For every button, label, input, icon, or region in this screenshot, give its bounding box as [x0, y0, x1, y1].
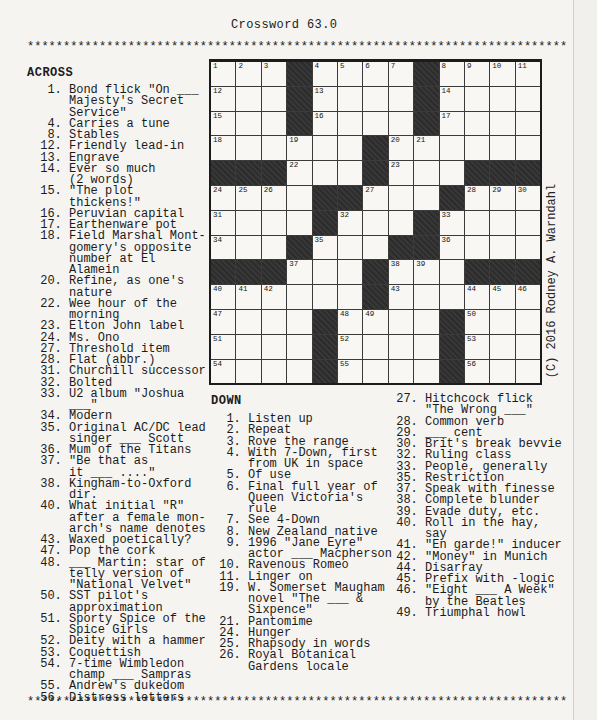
cell-r3c7[interactable]: [363, 112, 387, 136]
cell-number: 29: [492, 186, 501, 195]
clue-number: 14.: [33, 164, 62, 187]
cell-r13c1[interactable]: 54: [211, 360, 235, 384]
down-heading: DOWN: [211, 394, 242, 408]
cell-r8c6[interactable]: [338, 236, 362, 260]
down-clue-list-left: 1.Listen up2.Repeat3.Rove the range4.Wit…: [212, 414, 394, 673]
cell-number: 36: [442, 236, 451, 245]
cell-r9c12: [490, 260, 514, 284]
cell-r13c12[interactable]: [490, 360, 514, 384]
clue-text: Wee hour of the morning: [69, 299, 177, 322]
cell-r3c8[interactable]: [389, 112, 413, 136]
clue-text: Sporty Spice of the Spice Girls: [69, 614, 206, 637]
clue-27-down: 27.Hitchcock flick "The Wrong ___": [389, 394, 577, 417]
cell-number: 18: [213, 136, 222, 145]
cell-number: 44: [467, 285, 476, 294]
cell-number: 31: [213, 211, 222, 220]
clue-18-across: 18.Field Marshal Mont- gomery's opposite…: [33, 231, 209, 276]
clue-text: Final full year of Queen Victoria's rule: [248, 482, 378, 516]
cell-r9c1: [211, 260, 235, 284]
clue-text: What initial "R" after a female mon- arc…: [69, 501, 206, 535]
cell-r12c1[interactable]: 51: [211, 335, 235, 359]
separator-top: ****************************************…: [27, 41, 572, 53]
cell-r1c10[interactable]: 8: [440, 62, 464, 86]
cell-r9c11: [465, 260, 489, 284]
cell-r1c9: [414, 62, 438, 86]
cell-number: 26: [264, 186, 273, 195]
cell-number: 30: [518, 186, 527, 195]
cell-r11c9[interactable]: [414, 310, 438, 334]
across-clue-list: 1.Bond flick "On ___ Majesty's Secret Se…: [33, 85, 209, 704]
cell-number: 45: [492, 285, 501, 294]
cell-r5c9[interactable]: [414, 161, 438, 185]
cell-number: 47: [213, 310, 222, 319]
cell-number: 13: [315, 87, 324, 96]
cell-r10c12[interactable]: 45: [490, 285, 514, 309]
clue-number: 54.: [33, 659, 62, 682]
cell-r2c4: [287, 87, 311, 111]
cell-r8c3[interactable]: [262, 236, 286, 260]
clue-1-across: 1.Bond flick "On ___ Majesty's Secret Se…: [33, 85, 209, 119]
cell-number: 3: [264, 62, 269, 71]
cell-r4c7: [363, 136, 387, 160]
cell-r12c11[interactable]: 53: [465, 335, 489, 359]
cell-r9c5[interactable]: [313, 260, 337, 284]
cell-r4c9[interactable]: 21: [414, 136, 438, 160]
cell-r12c4[interactable]: [287, 335, 311, 359]
cell-r7c4[interactable]: [287, 211, 311, 235]
cell-r10c6[interactable]: [338, 285, 362, 309]
cell-r8c13[interactable]: [516, 236, 540, 260]
cell-r6c6: [338, 186, 362, 210]
clue-number: 38.: [33, 479, 62, 502]
cell-r9c6[interactable]: [338, 260, 362, 284]
clue-text: "Be that as it ___ ....": [69, 456, 155, 479]
clue-text: Original AC/DC lead singer ___ Scott: [69, 423, 206, 446]
clue-number: 27.: [389, 394, 418, 417]
cell-r8c8: [389, 236, 413, 260]
cell-r3c3[interactable]: [262, 112, 286, 136]
cell-r6c4[interactable]: [287, 186, 311, 210]
cell-r6c13[interactable]: 30: [516, 186, 540, 210]
cell-r10c11[interactable]: 44: [465, 285, 489, 309]
cell-r10c5[interactable]: [313, 285, 337, 309]
clue-50-across: 50.SST pilot's approximation: [33, 591, 209, 614]
clue-46-down: 46."Eight ___ A Week" by the Beatles: [389, 585, 577, 608]
clue-text: Triumphal howl: [425, 608, 526, 619]
clue-9-down: 9.1996 "Jane Eyre" actor ___ Macpherson: [212, 538, 394, 561]
cell-r5c13: [516, 161, 540, 185]
cell-number: 48: [340, 310, 349, 319]
cell-number: 38: [391, 260, 400, 269]
cell-number: 51: [213, 335, 222, 344]
cell-number: 19: [289, 136, 298, 145]
cell-r1c5[interactable]: 4: [313, 62, 337, 86]
clue-text: U2 album "Joshua ___": [69, 389, 184, 412]
cell-r13c8[interactable]: [389, 360, 413, 384]
cell-r11c3[interactable]: [262, 310, 286, 334]
clue-number: 4.: [212, 448, 241, 471]
cell-number: 37: [289, 260, 298, 269]
cell-r11c8[interactable]: [389, 310, 413, 334]
clue-text: Refine, as one's nature: [69, 276, 184, 299]
cell-r8c12[interactable]: [490, 236, 514, 260]
cell-r3c13[interactable]: [516, 112, 540, 136]
clue-6-down: 6.Final full year of Queen Victoria's ru…: [212, 482, 394, 516]
cell-r12c6[interactable]: 52: [338, 335, 362, 359]
cell-r5c12: [490, 161, 514, 185]
cell-r4c2[interactable]: [236, 136, 260, 160]
clue-number: 15.: [33, 186, 62, 209]
cell-r11c11[interactable]: 50: [465, 310, 489, 334]
cell-r1c3[interactable]: 3: [262, 62, 286, 86]
cell-r10c13[interactable]: 46: [516, 285, 540, 309]
cell-r1c6[interactable]: 5: [338, 62, 362, 86]
cell-number: 35: [315, 236, 324, 245]
cell-number: 20: [391, 136, 400, 145]
cell-r9c4[interactable]: 37: [287, 260, 311, 284]
clue-14-across: 14.Ever so much (2 words): [33, 164, 209, 187]
cell-r7c7[interactable]: [363, 211, 387, 235]
cell-number: 14: [442, 87, 451, 96]
clue-15-across: 15."The plot thickens!": [33, 186, 209, 209]
cell-number: 41: [238, 285, 247, 294]
cell-r7c12[interactable]: [490, 211, 514, 235]
crossword-grid: 1234567891011121314151617181920212223242…: [209, 59, 542, 385]
clue-number: 1.: [33, 85, 62, 119]
cell-r2c6[interactable]: [338, 87, 362, 111]
clue-number: 26.: [212, 650, 241, 673]
cell-r11c13[interactable]: [516, 310, 540, 334]
cell-number: 42: [264, 285, 273, 294]
cell-r3c10[interactable]: 17: [440, 112, 464, 136]
cell-r11c5: [313, 310, 337, 334]
cell-r11c12[interactable]: [490, 310, 514, 334]
cell-number: 10: [492, 62, 501, 71]
cell-r7c11[interactable]: [465, 211, 489, 235]
clue-text: ___ Martin: star of telly version of "Na…: [69, 558, 206, 592]
cell-number: 21: [416, 136, 425, 145]
cell-r13c6[interactable]: 55: [338, 360, 362, 384]
cell-r11c4[interactable]: [287, 310, 311, 334]
cell-r1c13[interactable]: 11: [516, 62, 540, 86]
cell-r12c5: [313, 335, 337, 359]
cell-number: 27: [365, 186, 374, 195]
cell-r5c6[interactable]: [338, 161, 362, 185]
cell-r12c10: [440, 335, 464, 359]
cell-r12c13[interactable]: [516, 335, 540, 359]
cell-r2c11[interactable]: [465, 87, 489, 111]
cell-r13c7[interactable]: [363, 360, 387, 384]
cell-r4c8[interactable]: 20: [389, 136, 413, 160]
clue-37-across: 37."Be that as it ___ ....": [33, 456, 209, 479]
clue-number: 20.: [33, 276, 62, 299]
clue-text: Ever so much (2 words): [69, 164, 155, 187]
cell-number: 55: [340, 360, 349, 369]
cell-r11c2[interactable]: [236, 310, 260, 334]
cell-number: 34: [213, 236, 222, 245]
cell-r4c1[interactable]: 18: [211, 136, 235, 160]
cell-number: 40: [213, 285, 222, 294]
cell-number: 9: [467, 62, 472, 71]
clue-text: 7-time Wimbledon champ ___ Sampras: [69, 659, 191, 682]
cell-r7c10[interactable]: 33: [440, 211, 464, 235]
clue-number: 49.: [389, 608, 418, 619]
cell-r2c12[interactable]: [490, 87, 514, 111]
cell-r6c9[interactable]: [414, 186, 438, 210]
cell-r8c5[interactable]: 35: [313, 236, 337, 260]
cell-r7c3[interactable]: [262, 211, 286, 235]
cell-r1c8[interactable]: 7: [389, 62, 413, 86]
across-heading: ACROSS: [27, 66, 73, 80]
clue-text: Kingham-to-Oxford dir.: [69, 479, 191, 502]
clue-19-down: 19.W. Somerset Maugham novel "The ___ & …: [212, 583, 394, 617]
cell-r4c5[interactable]: [313, 136, 337, 160]
cell-r2c7[interactable]: [363, 87, 387, 111]
cell-number: 11: [518, 62, 527, 71]
cell-r11c1[interactable]: 47: [211, 310, 235, 334]
cell-r9c13: [516, 260, 540, 284]
cell-r6c7[interactable]: 27: [363, 186, 387, 210]
clue-number: 40.: [33, 501, 62, 535]
cell-r6c3[interactable]: 26: [262, 186, 286, 210]
cell-r8c7[interactable]: [363, 236, 387, 260]
clue-text: "The plot thickens!": [69, 186, 209, 209]
cell-r11c10: [440, 310, 464, 334]
cell-r11c6[interactable]: 48: [338, 310, 362, 334]
clue-number: 40.: [389, 518, 418, 541]
clue-20-across: 20.Refine, as one's nature: [33, 276, 209, 299]
cell-r13c5: [313, 360, 337, 384]
cell-r6c10: [440, 186, 464, 210]
cell-r8c1[interactable]: 34: [211, 236, 235, 260]
cell-r13c10: [440, 360, 464, 384]
clue-text: Hitchcock flick "The Wrong ___": [425, 394, 533, 417]
cell-number: 46: [518, 285, 527, 294]
cell-number: 6: [365, 62, 370, 71]
cell-r7c5: [313, 211, 337, 235]
cell-r10c10[interactable]: [440, 285, 464, 309]
cell-r10c3[interactable]: 42: [262, 285, 286, 309]
cell-number: 23: [391, 161, 400, 170]
cell-r1c2[interactable]: 2: [236, 62, 260, 86]
cell-number: 7: [391, 62, 396, 71]
cell-r13c9[interactable]: [414, 360, 438, 384]
cell-number: 22: [289, 161, 298, 170]
cell-r3c11[interactable]: [465, 112, 489, 136]
cell-r12c9[interactable]: [414, 335, 438, 359]
cell-r4c4[interactable]: 19: [287, 136, 311, 160]
cell-r10c1[interactable]: 40: [211, 285, 235, 309]
scanned-puzzle-page: Crossword 63.0 *************************…: [0, 0, 597, 720]
cell-number: 2: [238, 62, 243, 71]
cell-number: 49: [365, 310, 374, 319]
cell-r4c13[interactable]: [516, 136, 540, 160]
cell-r3c6[interactable]: [338, 112, 362, 136]
cell-number: 39: [416, 260, 425, 269]
cell-r2c13[interactable]: [516, 87, 540, 111]
cell-r3c9: [414, 112, 438, 136]
cell-r2c1[interactable]: 12: [211, 87, 235, 111]
cell-r2c10[interactable]: 14: [440, 87, 464, 111]
cell-r6c2[interactable]: 25: [236, 186, 260, 210]
cell-r12c12[interactable]: [490, 335, 514, 359]
cell-number: 25: [238, 186, 247, 195]
cell-r12c2[interactable]: [236, 335, 260, 359]
cell-r5c10[interactable]: [440, 161, 464, 185]
cell-r4c6[interactable]: [338, 136, 362, 160]
clue-22-across: 22.Wee hour of the morning: [33, 299, 209, 322]
clue-text: Roll in the hay, say: [425, 518, 540, 541]
clue-number: 33.: [33, 389, 62, 412]
clue-text: Field Marshal Mont- gomery's opposite nu…: [69, 231, 209, 276]
cell-r3c2[interactable]: [236, 112, 260, 136]
cell-r9c3: [262, 260, 286, 284]
copyright-vertical-text: (C) 2016 Rodney A. Warndahl: [545, 171, 559, 391]
cell-r3c1[interactable]: 15: [211, 112, 235, 136]
cell-r4c12[interactable]: [490, 136, 514, 160]
cell-number: 4: [315, 62, 320, 71]
cell-r5c1: [211, 161, 235, 185]
cell-r7c9: [414, 211, 438, 235]
cell-r13c13[interactable]: [516, 360, 540, 384]
cell-r8c2[interactable]: [236, 236, 260, 260]
cell-r13c2[interactable]: [236, 360, 260, 384]
cell-r5c5[interactable]: [313, 161, 337, 185]
cell-r6c11[interactable]: 28: [465, 186, 489, 210]
cell-r7c8[interactable]: [389, 211, 413, 235]
cell-r12c7[interactable]: [363, 335, 387, 359]
clue-number: 9.: [212, 538, 241, 561]
cell-r4c10[interactable]: [440, 136, 464, 160]
cell-r9c9[interactable]: 39: [414, 260, 438, 284]
cell-r10c7: [363, 285, 387, 309]
clue-number: 50.: [33, 591, 62, 614]
clue-4-down: 4.With 7-Down, first from UK in space: [212, 448, 394, 471]
clue-text: Bond flick "On ___ Majesty's Secret Serv…: [69, 85, 199, 119]
cell-r13c3[interactable]: [262, 360, 286, 384]
cell-r3c5[interactable]: 16: [313, 112, 337, 136]
cell-number: 52: [340, 335, 349, 344]
clue-38-across: 38.Kingham-to-Oxford dir.: [33, 479, 209, 502]
cell-number: 32: [340, 211, 349, 220]
cell-number: 28: [467, 186, 476, 195]
separator-bottom: ****************************************…: [27, 696, 572, 708]
clue-40-down: 40.Roll in the hay, say: [389, 518, 577, 541]
clue-54-across: 54.7-time Wimbledon champ ___ Sampras: [33, 659, 209, 682]
paper-edge-strip: [574, 0, 597, 720]
cell-r5c8[interactable]: 23: [389, 161, 413, 185]
clue-number: 37.: [33, 456, 62, 479]
cell-r9c2: [236, 260, 260, 284]
cell-r12c3[interactable]: [262, 335, 286, 359]
clue-40-across: 40.What initial "R" after a female mon- …: [33, 501, 209, 535]
cell-r3c12[interactable]: [490, 112, 514, 136]
cell-r7c6[interactable]: 32: [338, 211, 362, 235]
cell-r8c9: [414, 236, 438, 260]
cell-r6c8[interactable]: [389, 186, 413, 210]
clue-number: 18.: [33, 231, 62, 276]
cell-r1c7[interactable]: 6: [363, 62, 387, 86]
cell-r10c4[interactable]: [287, 285, 311, 309]
cell-number: 16: [315, 112, 324, 121]
cell-r1c12[interactable]: 10: [490, 62, 514, 86]
clue-35-across: 35.Original AC/DC lead singer ___ Scott: [33, 423, 209, 446]
cell-r2c5[interactable]: 13: [313, 87, 337, 111]
cell-r2c3[interactable]: [262, 87, 286, 111]
clue-number: 51.: [33, 614, 62, 637]
cell-r3c4: [287, 112, 311, 136]
cell-number: 24: [213, 186, 222, 195]
cell-r7c1[interactable]: 31: [211, 211, 235, 235]
cell-r8c10[interactable]: 36: [440, 236, 464, 260]
clue-text: W. Somerset Maugham novel "The ___ & Six…: [248, 583, 385, 617]
clue-number: 35.: [33, 423, 62, 446]
clue-text: "Eight ___ A Week" by the Beatles: [425, 585, 555, 608]
cell-number: 1: [213, 62, 218, 71]
clue-text: With 7-Down, first from UK in space: [248, 448, 378, 471]
cell-r10c9[interactable]: [414, 285, 438, 309]
cell-r12c8[interactable]: [389, 335, 413, 359]
cell-r5c7: [363, 161, 387, 185]
cell-number: 33: [442, 211, 451, 220]
cell-r4c3[interactable]: [262, 136, 286, 160]
clue-number: 6.: [212, 482, 241, 516]
cell-r5c3: [262, 161, 286, 185]
cell-r5c4[interactable]: 22: [287, 161, 311, 185]
cell-r11c7[interactable]: 49: [363, 310, 387, 334]
clue-number: 22.: [33, 299, 62, 322]
cell-r8c4: [287, 236, 311, 260]
cell-r2c8[interactable]: [389, 87, 413, 111]
clue-text: SST pilot's approximation: [69, 591, 163, 614]
clue-48-across: 48.___ Martin: star of telly version of …: [33, 558, 209, 592]
cell-r9c8[interactable]: 38: [389, 260, 413, 284]
cell-number: 5: [340, 62, 345, 71]
clue-33-across: 33.U2 album "Joshua ___": [33, 389, 209, 412]
cell-r6c5: [313, 186, 337, 210]
cell-r7c13[interactable]: [516, 211, 540, 235]
cell-number: 8: [442, 62, 447, 71]
cell-r10c2[interactable]: 41: [236, 285, 260, 309]
cell-r2c2[interactable]: [236, 87, 260, 111]
cell-r10c8[interactable]: 43: [389, 285, 413, 309]
cell-r13c11[interactable]: 56: [465, 360, 489, 384]
cell-number: 17: [442, 112, 451, 121]
cell-number: 43: [391, 285, 400, 294]
cell-r8c11[interactable]: [465, 236, 489, 260]
cell-number: 56: [467, 360, 476, 369]
cell-r7c2[interactable]: [236, 211, 260, 235]
clue-number: 46.: [389, 585, 418, 608]
clue-number: 48.: [33, 558, 62, 592]
cell-r5c2: [236, 161, 260, 185]
cell-r4c11[interactable]: [465, 136, 489, 160]
cell-r1c11[interactable]: 9: [465, 62, 489, 86]
cell-r1c4: [287, 62, 311, 86]
cell-r6c12[interactable]: 29: [490, 186, 514, 210]
clue-51-across: 51.Sporty Spice of the Spice Girls: [33, 614, 209, 637]
cell-r13c4[interactable]: [287, 360, 311, 384]
cell-r1c1[interactable]: 1: [211, 62, 235, 86]
cell-number: 12: [213, 87, 222, 96]
clue-26-down: 26.Royal Botanical Gardens locale: [212, 650, 394, 673]
cell-number: 50: [467, 310, 476, 319]
cell-r9c10[interactable]: [440, 260, 464, 284]
clue-49-down: 49.Triumphal howl: [389, 608, 577, 619]
clue-text: 1996 "Jane Eyre" actor ___ Macpherson: [248, 538, 392, 561]
cell-number: 54: [213, 360, 222, 369]
cell-r6c1[interactable]: 24: [211, 186, 235, 210]
